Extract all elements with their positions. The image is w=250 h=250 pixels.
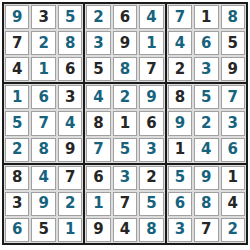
cell-r5c7[interactable]: 9 (168, 111, 192, 135)
cell-r5c1[interactable]: 5 (5, 111, 29, 135)
cell-r4c8[interactable]: 5 (194, 85, 218, 109)
cell-r1c6[interactable]: 4 (139, 5, 163, 29)
cell-r9c7[interactable]: 3 (168, 218, 192, 242)
cell-r8c4[interactable]: 1 (86, 192, 110, 216)
cell-r6c1[interactable]: 2 (5, 138, 29, 162)
box-7: 847392651 (4, 165, 83, 243)
cell-r2c4[interactable]: 3 (86, 31, 110, 55)
box-9: 591684372 (167, 165, 246, 243)
cell-r1c3[interactable]: 5 (58, 5, 82, 29)
box-5: 429816753 (85, 84, 164, 162)
cell-r1c8[interactable]: 1 (194, 5, 218, 29)
cell-r8c9[interactable]: 4 (221, 192, 245, 216)
cell-r2c5[interactable]: 9 (113, 31, 137, 55)
cell-r1c9[interactable]: 8 (221, 5, 245, 29)
cell-r7c4[interactable]: 6 (86, 166, 110, 190)
cell-r3c3[interactable]: 6 (58, 57, 82, 81)
cell-r2c1[interactable]: 7 (5, 31, 29, 55)
cell-r7c8[interactable]: 9 (194, 166, 218, 190)
cell-r3c1[interactable]: 4 (5, 57, 29, 81)
cell-r6c9[interactable]: 6 (221, 138, 245, 162)
cell-r3c4[interactable]: 5 (86, 57, 110, 81)
cell-r2c2[interactable]: 2 (31, 31, 55, 55)
cell-r2c6[interactable]: 1 (139, 31, 163, 55)
cell-r2c3[interactable]: 8 (58, 31, 82, 55)
cell-r4c3[interactable]: 3 (58, 85, 82, 109)
cell-r4c9[interactable]: 7 (221, 85, 245, 109)
cell-r3c6[interactable]: 7 (139, 57, 163, 81)
box-3: 718465239 (167, 4, 246, 82)
cell-r4c2[interactable]: 6 (31, 85, 55, 109)
cell-r7c6[interactable]: 2 (139, 166, 163, 190)
cell-r8c1[interactable]: 3 (5, 192, 29, 216)
cell-r1c2[interactable]: 3 (31, 5, 55, 29)
cell-r3c7[interactable]: 2 (168, 57, 192, 81)
cell-r9c1[interactable]: 6 (5, 218, 29, 242)
sudoku-board: 9357284162643915877184652391635742894298… (2, 2, 248, 245)
cell-r6c5[interactable]: 5 (113, 138, 137, 162)
cell-r5c5[interactable]: 1 (113, 111, 137, 135)
cell-r5c4[interactable]: 8 (86, 111, 110, 135)
cell-r9c2[interactable]: 5 (31, 218, 55, 242)
cell-r9c4[interactable]: 9 (86, 218, 110, 242)
cell-r4c6[interactable]: 9 (139, 85, 163, 109)
cell-r6c3[interactable]: 9 (58, 138, 82, 162)
cell-r9c9[interactable]: 2 (221, 218, 245, 242)
cell-r4c1[interactable]: 1 (5, 85, 29, 109)
cell-r9c6[interactable]: 8 (139, 218, 163, 242)
cell-r4c7[interactable]: 8 (168, 85, 192, 109)
cell-r3c9[interactable]: 9 (221, 57, 245, 81)
cell-r7c1[interactable]: 8 (5, 166, 29, 190)
box-4: 163574289 (4, 84, 83, 162)
cell-r6c4[interactable]: 7 (86, 138, 110, 162)
cell-r5c2[interactable]: 7 (31, 111, 55, 135)
cell-r9c8[interactable]: 7 (194, 218, 218, 242)
cell-r4c5[interactable]: 2 (113, 85, 137, 109)
cell-r7c9[interactable]: 1 (221, 166, 245, 190)
cell-r7c3[interactable]: 7 (58, 166, 82, 190)
box-8: 632175948 (85, 165, 164, 243)
cell-r7c5[interactable]: 3 (113, 166, 137, 190)
cell-r8c8[interactable]: 8 (194, 192, 218, 216)
cell-r2c8[interactable]: 6 (194, 31, 218, 55)
cell-r6c8[interactable]: 4 (194, 138, 218, 162)
cell-r5c9[interactable]: 3 (221, 111, 245, 135)
cell-r1c5[interactable]: 6 (113, 5, 137, 29)
cell-r5c8[interactable]: 2 (194, 111, 218, 135)
cell-r5c3[interactable]: 4 (58, 111, 82, 135)
cell-r1c7[interactable]: 7 (168, 5, 192, 29)
cell-r6c6[interactable]: 3 (139, 138, 163, 162)
cell-r3c2[interactable]: 1 (31, 57, 55, 81)
cell-r7c7[interactable]: 5 (168, 166, 192, 190)
cell-r8c7[interactable]: 6 (168, 192, 192, 216)
cell-r8c6[interactable]: 5 (139, 192, 163, 216)
cell-r8c3[interactable]: 2 (58, 192, 82, 216)
cell-r2c9[interactable]: 5 (221, 31, 245, 55)
cell-r3c5[interactable]: 8 (113, 57, 137, 81)
cell-r8c5[interactable]: 7 (113, 192, 137, 216)
cell-r3c8[interactable]: 3 (194, 57, 218, 81)
box-1: 935728416 (4, 4, 83, 82)
cell-r5c6[interactable]: 6 (139, 111, 163, 135)
cell-r9c5[interactable]: 4 (113, 218, 137, 242)
cell-r9c3[interactable]: 1 (58, 218, 82, 242)
cell-r6c7[interactable]: 1 (168, 138, 192, 162)
cell-r2c7[interactable]: 4 (168, 31, 192, 55)
cell-r1c4[interactable]: 2 (86, 5, 110, 29)
cell-r6c2[interactable]: 8 (31, 138, 55, 162)
cell-r7c2[interactable]: 4 (31, 166, 55, 190)
cell-r1c1[interactable]: 9 (5, 5, 29, 29)
box-6: 857923146 (167, 84, 246, 162)
box-2: 264391587 (85, 4, 164, 82)
cell-r4c4[interactable]: 4 (86, 85, 110, 109)
cell-r8c2[interactable]: 9 (31, 192, 55, 216)
